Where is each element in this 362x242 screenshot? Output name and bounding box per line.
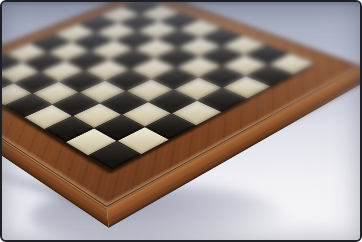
chessboard — [0, 0, 362, 207]
camera-tilt-wrapper — [0, 0, 362, 242]
chessboard-photo — [0, 0, 362, 242]
board-squares-grid — [0, 0, 316, 170]
